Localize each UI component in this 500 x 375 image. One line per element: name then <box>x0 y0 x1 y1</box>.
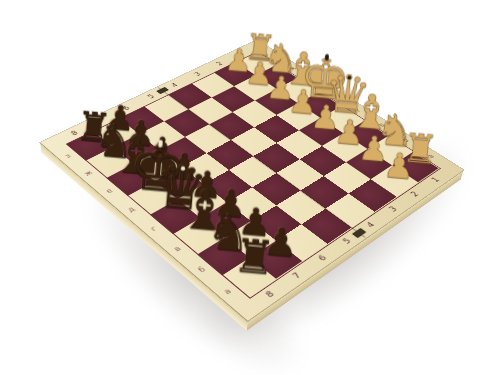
product-photo-scene: 87654321з♜♟♟♜зж♞♟♟♞же♝♟♟♝ед♚♟♟♚дг♛♟♟♛гв♝… <box>0 0 500 375</box>
piece-black-rook[interactable]: ♜ <box>231 232 276 282</box>
chess-board[interactable]: 87654321з♜♟♟♜зж♞♟♟♞же♝♟♟♝ед♚♟♟♚дг♛♟♟♛гв♝… <box>40 40 463 321</box>
piece-tip-marker <box>157 140 162 148</box>
piece-white-pawn[interactable]: ♟ <box>382 147 416 184</box>
piece-tip-marker <box>324 54 328 61</box>
piece-tip-marker <box>180 166 185 171</box>
chess-board-box: 87654321з♜♟♟♜зж♞♟♟♞же♝♟♟♝ед♚♟♟♚дг♛♟♟♛гв♝… <box>40 40 463 321</box>
piece-tip-marker <box>347 76 351 80</box>
board-tilt-wrapper: 87654321з♜♟♟♜зж♞♟♟♞же♝♟♟♝ед♚♟♟♚дг♛♟♟♛гв♝… <box>0 0 500 375</box>
